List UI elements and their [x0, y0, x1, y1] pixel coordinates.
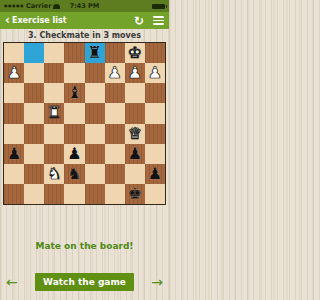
square-h7[interactable]: ♟ [145, 63, 165, 83]
square-e7[interactable] [85, 63, 105, 83]
square-g2[interactable] [125, 164, 145, 184]
back-button-label: Exercise list [12, 16, 67, 25]
square-c6[interactable] [44, 83, 64, 103]
square-a6[interactable] [4, 83, 24, 103]
square-b1[interactable] [24, 184, 44, 204]
square-d3[interactable]: ♟ [64, 144, 84, 164]
square-d8[interactable] [64, 43, 84, 63]
square-g4[interactable]: ♛ [125, 124, 145, 144]
square-b2[interactable] [24, 164, 44, 184]
black-pawn-piece: ♟ [128, 146, 142, 162]
square-g8[interactable]: ♚ [125, 43, 145, 63]
square-h8[interactable] [145, 43, 165, 63]
square-b7[interactable] [24, 63, 44, 83]
menu-icon[interactable] [153, 14, 164, 26]
square-c3[interactable] [44, 144, 64, 164]
black-knight-piece: ♞ [67, 166, 81, 182]
square-b5[interactable] [24, 103, 44, 123]
white-king-piece: ♚ [128, 45, 142, 61]
square-g6[interactable] [125, 83, 145, 103]
square-f8[interactable] [105, 43, 125, 63]
status-bar: ●●●●● Carrier 7:43 PM [0, 0, 169, 12]
square-h4[interactable] [145, 124, 165, 144]
square-a8[interactable] [4, 43, 24, 63]
square-a5[interactable] [4, 103, 24, 123]
square-g1[interactable]: ♚ [125, 184, 145, 204]
square-b4[interactable] [24, 124, 44, 144]
bottom-bar: ← Watch the game → [0, 273, 169, 300]
back-chevron-icon: ‹ [5, 14, 10, 26]
black-pawn-piece: ♟ [67, 146, 81, 162]
square-g7[interactable]: ♟ [125, 63, 145, 83]
white-pawn-piece: ♟ [7, 65, 21, 81]
square-b3[interactable] [24, 144, 44, 164]
exercise-title: 3. Checkmate in 3 moves [0, 29, 169, 42]
square-h3[interactable] [145, 144, 165, 164]
white-pawn-piece: ♟ [128, 65, 142, 81]
black-king-piece: ♚ [128, 186, 142, 202]
square-d2[interactable]: ♞ [64, 164, 84, 184]
square-h2[interactable]: ♟ [145, 164, 165, 184]
square-a1[interactable] [4, 184, 24, 204]
next-exercise-arrow-icon[interactable]: → [151, 275, 163, 289]
square-f2[interactable] [105, 164, 125, 184]
black-rook-piece: ♜ [87, 45, 101, 61]
watch-game-button[interactable]: Watch the game [35, 273, 134, 291]
white-knight-piece: ♞ [47, 166, 61, 182]
square-a7[interactable]: ♟ [4, 63, 24, 83]
black-pawn-piece: ♟ [148, 166, 162, 182]
square-f3[interactable] [105, 144, 125, 164]
black-bishop-piece: ♝ [67, 85, 81, 101]
square-g3[interactable]: ♟ [125, 144, 145, 164]
square-d5[interactable] [64, 103, 84, 123]
nav-bar: ‹ Exercise list ↻ [0, 12, 169, 29]
battery-icon [152, 4, 165, 9]
square-c1[interactable] [44, 184, 64, 204]
square-e2[interactable] [85, 164, 105, 184]
square-c7[interactable] [44, 63, 64, 83]
square-h5[interactable] [145, 103, 165, 123]
square-f1[interactable] [105, 184, 125, 204]
square-b8[interactable] [24, 43, 44, 63]
white-rook-piece: ♜ [47, 105, 61, 121]
white-queen-piece: ♛ [128, 126, 142, 142]
black-pawn-piece: ♟ [7, 146, 21, 162]
square-f6[interactable] [105, 83, 125, 103]
square-e1[interactable] [85, 184, 105, 204]
square-d1[interactable] [64, 184, 84, 204]
square-d7[interactable] [64, 63, 84, 83]
square-c8[interactable] [44, 43, 64, 63]
clock-label: 7:43 PM [0, 2, 169, 10]
square-e3[interactable] [85, 144, 105, 164]
square-g5[interactable] [125, 103, 145, 123]
square-a3[interactable]: ♟ [4, 144, 24, 164]
square-h6[interactable] [145, 83, 165, 103]
square-f7[interactable]: ♟ [105, 63, 125, 83]
white-pawn-piece: ♟ [108, 65, 122, 81]
mate-message: Mate on the board! [0, 241, 169, 251]
square-b6[interactable] [24, 83, 44, 103]
square-h1[interactable] [145, 184, 165, 204]
square-e5[interactable] [85, 103, 105, 123]
chess-board: ♜♚♟♟♟♟♝♜♛♟♟♟♞♞♟♚ [3, 42, 166, 205]
refresh-icon[interactable]: ↻ [134, 15, 144, 27]
square-d6[interactable]: ♝ [64, 83, 84, 103]
square-f4[interactable] [105, 124, 125, 144]
square-c2[interactable]: ♞ [44, 164, 64, 184]
square-a4[interactable] [4, 124, 24, 144]
square-d4[interactable] [64, 124, 84, 144]
square-e6[interactable] [85, 83, 105, 103]
white-pawn-piece: ♟ [148, 65, 162, 81]
previous-exercise-arrow-icon[interactable]: ← [6, 275, 18, 289]
square-f5[interactable] [105, 103, 125, 123]
square-c4[interactable] [44, 124, 64, 144]
square-e4[interactable] [85, 124, 105, 144]
square-a2[interactable] [4, 164, 24, 184]
square-c5[interactable]: ♜ [44, 103, 64, 123]
square-e8[interactable]: ♜ [85, 43, 105, 63]
back-button[interactable]: ‹ Exercise list [5, 15, 66, 26]
